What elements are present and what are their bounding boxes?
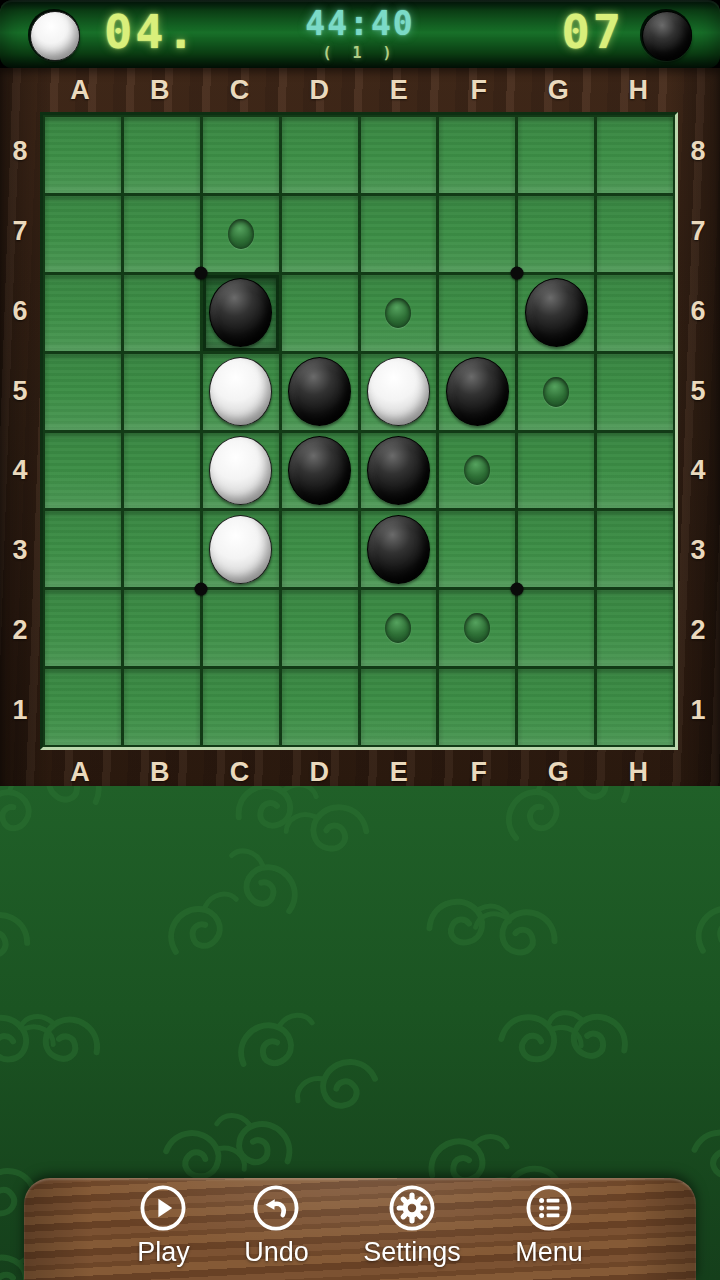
cell-g1[interactable] [518,669,594,745]
coord-label-4: 4 [0,431,40,511]
toolbar-label: Play [137,1237,190,1268]
cell-e7[interactable] [361,196,437,272]
coord-label-C: C [200,75,280,106]
cell-c3[interactable] [203,511,279,587]
cell-d4[interactable] [282,433,358,509]
cell-g7[interactable] [518,196,594,272]
cell-a8[interactable] [45,117,121,193]
cell-h8[interactable] [597,117,673,193]
coord-label-B: B [120,75,200,106]
settings-icon [388,1184,436,1232]
cell-g6[interactable] [518,275,594,351]
legal-move-hint-g5[interactable] [543,377,569,407]
cell-h6[interactable] [597,275,673,351]
coord-label-D: D [279,757,359,788]
coord-label-G: G [519,757,599,788]
cell-e1[interactable] [361,669,437,745]
play-icon [139,1184,187,1232]
black-disc-e4 [367,436,430,505]
cell-f7[interactable] [439,196,515,272]
black-player-disc [642,11,692,61]
star-point-icon [195,583,208,596]
column-labels-bottom: ABCDEFGH [40,757,678,788]
coord-label-4: 4 [678,431,718,511]
cell-g8[interactable] [518,117,594,193]
legal-move-hint-f2[interactable] [464,613,490,643]
white-disc-c5 [209,357,272,426]
coord-label-F: F [439,75,519,106]
cell-e3[interactable] [361,511,437,587]
cell-b8[interactable] [124,117,200,193]
cell-a3[interactable] [45,511,121,587]
coord-label-1: 1 [678,670,718,750]
scoreboard: 04. 44:40 ( 1 ) 07 [0,0,720,68]
cell-e8[interactable] [361,117,437,193]
coord-label-3: 3 [678,511,718,591]
settings-button[interactable]: Settings [363,1184,461,1268]
cell-f3[interactable] [439,511,515,587]
game-timer: 44:40 [305,4,414,43]
coord-label-6: 6 [0,272,40,352]
column-labels-top: ABCDEFGH [40,75,678,106]
coord-label-H: H [598,757,678,788]
cell-f2[interactable] [439,590,515,666]
white-disc-e5 [367,357,430,426]
cell-a2[interactable] [45,590,121,666]
coord-label-E: E [359,75,439,106]
coord-label-3: 3 [0,511,40,591]
black-disc-f5 [446,357,509,426]
cell-d5[interactable] [282,354,358,430]
black-disc-g6 [525,278,588,347]
row-labels-left: 87654321 [0,112,40,750]
coord-label-C: C [200,757,280,788]
coord-label-2: 2 [678,591,718,671]
cell-d3[interactable] [282,511,358,587]
cell-h4[interactable] [597,433,673,509]
cell-b3[interactable] [124,511,200,587]
cell-b2[interactable] [124,590,200,666]
cell-d6[interactable] [282,275,358,351]
cell-e5[interactable] [361,354,437,430]
coord-label-A: A [40,757,120,788]
cell-h1[interactable] [597,669,673,745]
menu-button[interactable]: Menu [515,1184,583,1268]
cell-a4[interactable] [45,433,121,509]
cell-a1[interactable] [45,669,121,745]
black-disc-d4 [288,436,351,505]
coord-label-G: G [519,75,599,106]
coord-label-F: F [439,757,519,788]
black-disc-d5 [288,357,351,426]
cell-a6[interactable] [45,275,121,351]
cell-f5[interactable] [439,354,515,430]
coord-label-1: 1 [0,670,40,750]
cell-c5[interactable] [203,354,279,430]
legal-move-hint-c7[interactable] [228,219,254,249]
level-indicator: ( 1 ) [322,44,397,62]
cell-d8[interactable] [282,117,358,193]
coord-label-5: 5 [678,351,718,431]
cell-a7[interactable] [45,196,121,272]
cell-g4[interactable] [518,433,594,509]
toolbar: PlayUndoSettingsMenu [24,1178,696,1280]
undo-icon [252,1184,300,1232]
cell-d7[interactable] [282,196,358,272]
black-score: 07 [561,4,624,59]
toolbar-label: Undo [244,1237,309,1268]
cell-e6[interactable] [361,275,437,351]
star-point-icon [511,583,524,596]
cell-f1[interactable] [439,669,515,745]
board-grid [40,112,678,750]
cell-g2[interactable] [518,590,594,666]
row-labels-right: 87654321 [678,112,718,750]
coord-label-5: 5 [0,351,40,431]
cell-c2[interactable] [203,590,279,666]
coord-label-A: A [40,75,120,106]
coord-label-8: 8 [678,112,718,192]
cell-c6[interactable] [203,275,279,351]
toolbar-label: Menu [515,1237,583,1268]
cell-b5[interactable] [124,354,200,430]
board-frame: ABCDEFGH 87654321 87654321 ABCDEFGH [0,68,720,786]
cell-f4[interactable] [439,433,515,509]
cell-c1[interactable] [203,669,279,745]
cell-a5[interactable] [45,354,121,430]
menu-icon [525,1184,573,1232]
cell-c8[interactable] [203,117,279,193]
star-point-icon [511,267,524,280]
white-disc-c4 [209,436,272,505]
coord-label-7: 7 [678,192,718,272]
coord-label-B: B [120,757,200,788]
star-point-icon [195,267,208,280]
legal-move-hint-e2[interactable] [385,613,411,643]
cell-f6[interactable] [439,275,515,351]
play-button[interactable]: Play [137,1184,190,1268]
cell-g3[interactable] [518,511,594,587]
cell-h2[interactable] [597,590,673,666]
coord-label-8: 8 [0,112,40,192]
cell-b6[interactable] [124,275,200,351]
coord-label-E: E [359,757,439,788]
white-disc-c3 [209,515,272,584]
coord-label-H: H [598,75,678,106]
cell-b4[interactable] [124,433,200,509]
cell-h3[interactable] [597,511,673,587]
black-player-slot [640,9,692,61]
toolbar-label: Settings [363,1237,461,1268]
coord-label-2: 2 [0,591,40,671]
cell-h7[interactable] [597,196,673,272]
cell-d1[interactable] [282,669,358,745]
black-disc-e3 [367,515,430,584]
cell-d2[interactable] [282,590,358,666]
coord-label-D: D [279,75,359,106]
cell-b7[interactable] [124,196,200,272]
cell-g5[interactable] [518,354,594,430]
legal-move-hint-e6[interactable] [385,298,411,328]
cell-e2[interactable] [361,590,437,666]
cell-e4[interactable] [361,433,437,509]
cell-h5[interactable] [597,354,673,430]
undo-button[interactable]: Undo [244,1184,309,1268]
coord-label-6: 6 [678,272,718,352]
black-disc-c6 [209,278,272,347]
cell-c7[interactable] [203,196,279,272]
legal-move-hint-f4[interactable] [464,455,490,485]
cell-c4[interactable] [203,433,279,509]
cell-f8[interactable] [439,117,515,193]
coord-label-7: 7 [0,192,40,272]
cell-b1[interactable] [124,669,200,745]
